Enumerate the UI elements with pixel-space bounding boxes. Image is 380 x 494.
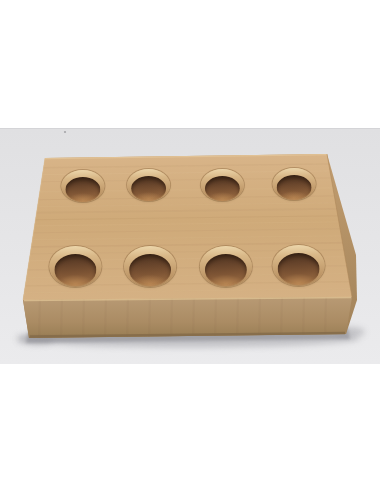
pit-cell-r2c3 <box>183 226 254 290</box>
pit-cell-r1c1 <box>40 162 111 226</box>
pit-r2c4[interactable] <box>273 245 325 286</box>
pit-cell-r2c1 <box>40 226 111 290</box>
pit-r2c3[interactable] <box>200 246 252 287</box>
product-photo <box>0 0 380 494</box>
pit-cell-r2c4 <box>254 226 325 290</box>
pit-cell-r1c4 <box>254 162 325 226</box>
dust-speck <box>64 131 66 133</box>
pit-r1c2[interactable] <box>127 169 170 201</box>
pit-cell-r1c3 <box>183 162 254 226</box>
pit-r2c2[interactable] <box>124 246 176 287</box>
pit-cell-r1c2 <box>111 162 182 226</box>
pit-r1c3[interactable] <box>201 169 244 201</box>
pit-cell-r2c2 <box>111 226 182 290</box>
pit-r1c1[interactable] <box>62 170 105 202</box>
pit-r2c1[interactable] <box>49 246 101 287</box>
pit-r1c4[interactable] <box>272 168 315 200</box>
mancala-board <box>40 162 325 290</box>
